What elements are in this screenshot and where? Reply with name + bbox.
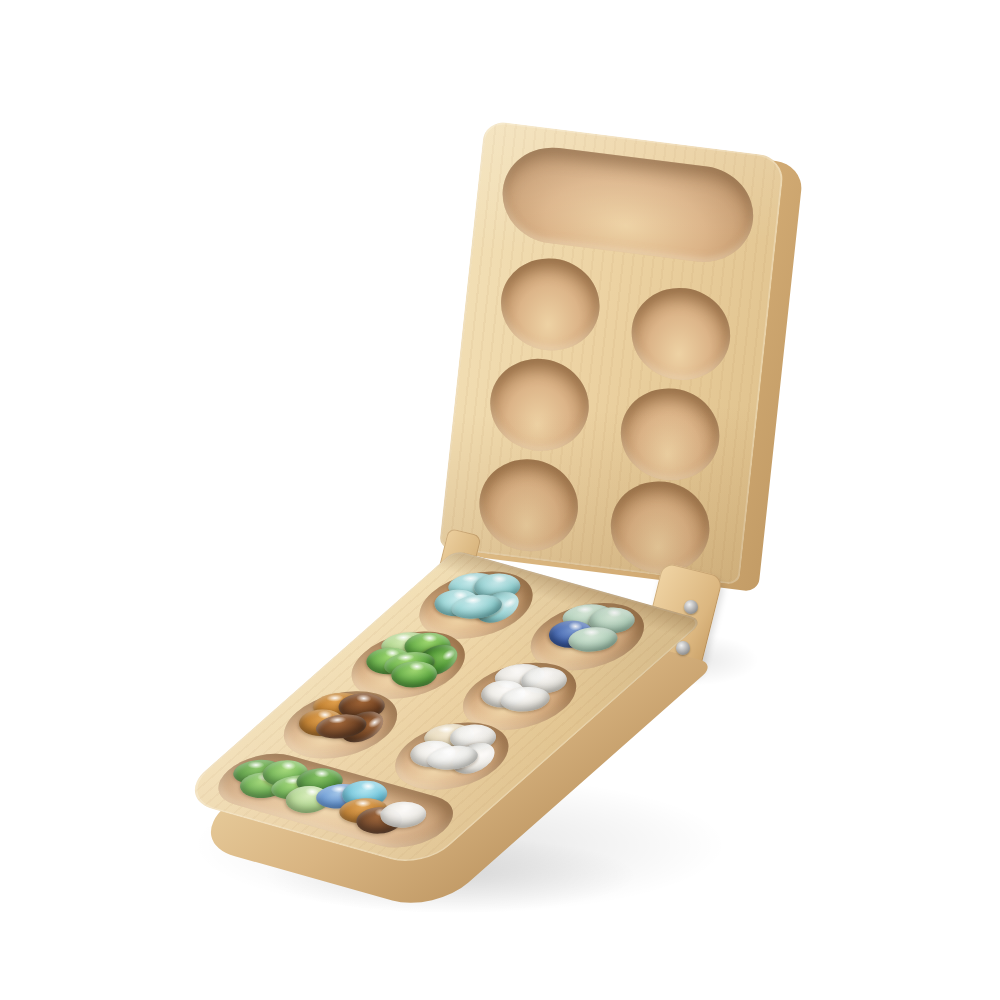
bead-pale xyxy=(579,602,644,639)
bead-pale xyxy=(555,602,619,631)
bead-frosted xyxy=(417,722,481,750)
upper-pit-3-far[interactable] xyxy=(475,454,583,557)
bead-clear xyxy=(487,662,551,691)
bead-aqua xyxy=(465,568,530,604)
upper-pit-2-far[interactable] xyxy=(486,353,594,456)
upper-pit-1-far[interactable] xyxy=(496,253,604,356)
upper-flap xyxy=(439,120,785,585)
bead-clear xyxy=(401,735,465,773)
bead-green xyxy=(395,628,460,664)
bead-pale xyxy=(560,624,625,655)
bead-aqua xyxy=(441,571,505,599)
bead-darkbrown xyxy=(329,688,394,724)
bead-green xyxy=(378,651,441,677)
bead-blue xyxy=(308,781,373,812)
bead-aqua xyxy=(470,592,525,623)
bead-darkgreen xyxy=(226,757,291,787)
lower-pit-1-near[interactable] xyxy=(508,593,667,680)
bead-aqua xyxy=(446,594,509,620)
upper-pit-1-near[interactable] xyxy=(627,282,735,385)
bead-clear xyxy=(512,662,577,699)
bead-clear xyxy=(441,719,506,755)
bead-green xyxy=(357,642,421,680)
bead-lightgreen xyxy=(277,781,339,819)
bead-amber xyxy=(331,795,397,827)
bead-darkbrown xyxy=(347,802,411,839)
bead-green xyxy=(381,656,446,693)
hinge-pin-icon xyxy=(676,641,690,655)
bead-clear xyxy=(493,684,558,715)
bead-darkbrown xyxy=(334,711,389,742)
lower-pit-2-near[interactable] xyxy=(440,653,599,740)
bead-green xyxy=(264,774,327,801)
lower-pit-1-far[interactable] xyxy=(396,562,555,649)
lower-pit-3-near[interactable] xyxy=(372,713,531,800)
upper-pit-2-near[interactable] xyxy=(616,383,724,486)
bead-aqua xyxy=(425,584,489,622)
bead-darkgreen xyxy=(410,644,462,676)
bead-lightgreen xyxy=(374,630,438,658)
bead-green xyxy=(230,767,295,803)
bead-clear xyxy=(422,745,485,771)
upper-pit-3-near[interactable] xyxy=(606,476,714,579)
bead-amber xyxy=(290,704,354,742)
bead-amber xyxy=(306,691,370,719)
bead-clear xyxy=(446,743,501,774)
bead-darkgreen xyxy=(287,764,352,800)
lower-pit-2-far[interactable] xyxy=(329,621,488,708)
bead-clear xyxy=(472,675,534,713)
lower-pit-3-far[interactable] xyxy=(261,681,420,768)
bead-green xyxy=(253,755,317,792)
bead-clear xyxy=(371,797,436,834)
upper-store[interactable] xyxy=(498,142,758,268)
bead-darkblue xyxy=(540,615,602,653)
hinge-pin-icon xyxy=(684,600,698,614)
bead-aquablue xyxy=(333,776,397,814)
mancala-board-photo xyxy=(0,0,1000,1000)
bead-darkbrown xyxy=(310,713,373,739)
